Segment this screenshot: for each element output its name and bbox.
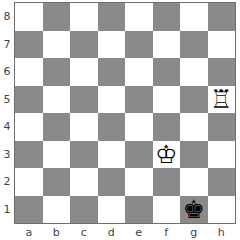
square-a8[interactable] bbox=[15, 3, 43, 31]
square-b3[interactable] bbox=[43, 141, 71, 169]
square-e3[interactable] bbox=[125, 141, 153, 169]
square-h6[interactable] bbox=[208, 58, 236, 86]
square-h7[interactable] bbox=[208, 31, 236, 59]
square-f1[interactable] bbox=[153, 196, 181, 224]
square-d3[interactable] bbox=[98, 141, 126, 169]
square-b7[interactable] bbox=[43, 31, 71, 59]
white-king-f3[interactable]: ♔ bbox=[155, 142, 177, 167]
square-h2[interactable] bbox=[208, 168, 236, 196]
square-h4[interactable] bbox=[208, 113, 236, 141]
rank-labels: 87654321 bbox=[0, 3, 14, 223]
rank-label-4: 4 bbox=[0, 113, 14, 141]
square-c6[interactable] bbox=[70, 58, 98, 86]
square-c7[interactable] bbox=[70, 31, 98, 59]
file-label-e: e bbox=[125, 226, 153, 239]
square-c1[interactable] bbox=[70, 196, 98, 224]
square-e2[interactable] bbox=[125, 168, 153, 196]
square-g7[interactable] bbox=[180, 31, 208, 59]
square-f6[interactable] bbox=[153, 58, 181, 86]
square-a2[interactable] bbox=[15, 168, 43, 196]
file-label-h: h bbox=[208, 226, 236, 239]
rank-label-5: 5 bbox=[0, 86, 14, 114]
square-h3[interactable] bbox=[208, 141, 236, 169]
square-h8[interactable] bbox=[208, 3, 236, 31]
file-label-f: f bbox=[153, 226, 181, 239]
file-label-a: a bbox=[15, 226, 43, 239]
square-f2[interactable] bbox=[153, 168, 181, 196]
file-label-d: d bbox=[98, 226, 126, 239]
square-d7[interactable] bbox=[98, 31, 126, 59]
square-c3[interactable] bbox=[70, 141, 98, 169]
square-d6[interactable] bbox=[98, 58, 126, 86]
square-h1[interactable] bbox=[208, 196, 236, 224]
file-labels: abcdefgh bbox=[15, 226, 235, 239]
square-g8[interactable] bbox=[180, 3, 208, 31]
square-c5[interactable] bbox=[70, 86, 98, 114]
black-king-g1[interactable]: ♚ bbox=[183, 197, 205, 222]
square-b1[interactable] bbox=[43, 196, 71, 224]
square-a6[interactable] bbox=[15, 58, 43, 86]
rank-label-3: 3 bbox=[0, 141, 14, 169]
square-g3[interactable] bbox=[180, 141, 208, 169]
square-h5[interactable]: ♖ bbox=[208, 86, 236, 114]
square-e1[interactable] bbox=[125, 196, 153, 224]
square-b8[interactable] bbox=[43, 3, 71, 31]
file-label-b: b bbox=[43, 226, 71, 239]
square-f8[interactable] bbox=[153, 3, 181, 31]
square-d1[interactable] bbox=[98, 196, 126, 224]
square-g2[interactable] bbox=[180, 168, 208, 196]
square-e6[interactable] bbox=[125, 58, 153, 86]
white-rook-h5[interactable]: ♖ bbox=[210, 87, 232, 112]
square-f7[interactable] bbox=[153, 31, 181, 59]
square-c4[interactable] bbox=[70, 113, 98, 141]
square-b4[interactable] bbox=[43, 113, 71, 141]
square-g4[interactable] bbox=[180, 113, 208, 141]
square-a5[interactable] bbox=[15, 86, 43, 114]
square-b6[interactable] bbox=[43, 58, 71, 86]
square-c8[interactable] bbox=[70, 3, 98, 31]
square-a7[interactable] bbox=[15, 31, 43, 59]
square-g6[interactable] bbox=[180, 58, 208, 86]
square-b5[interactable] bbox=[43, 86, 71, 114]
file-label-g: g bbox=[180, 226, 208, 239]
square-d8[interactable] bbox=[98, 3, 126, 31]
chess-diagram: 87654321 ♖♔♚ abcdefgh bbox=[0, 0, 240, 240]
square-f5[interactable] bbox=[153, 86, 181, 114]
square-d5[interactable] bbox=[98, 86, 126, 114]
square-g1[interactable]: ♚ bbox=[180, 196, 208, 224]
square-a1[interactable] bbox=[15, 196, 43, 224]
square-e7[interactable] bbox=[125, 31, 153, 59]
square-e4[interactable] bbox=[125, 113, 153, 141]
chess-board: ♖♔♚ bbox=[14, 2, 236, 224]
rank-label-6: 6 bbox=[0, 58, 14, 86]
square-f3[interactable]: ♔ bbox=[153, 141, 181, 169]
rank-label-8: 8 bbox=[0, 3, 14, 31]
square-a4[interactable] bbox=[15, 113, 43, 141]
square-f4[interactable] bbox=[153, 113, 181, 141]
square-g5[interactable] bbox=[180, 86, 208, 114]
square-a3[interactable] bbox=[15, 141, 43, 169]
square-d2[interactable] bbox=[98, 168, 126, 196]
square-e5[interactable] bbox=[125, 86, 153, 114]
square-c2[interactable] bbox=[70, 168, 98, 196]
rank-label-1: 1 bbox=[0, 196, 14, 224]
square-b2[interactable] bbox=[43, 168, 71, 196]
file-label-c: c bbox=[70, 226, 98, 239]
square-e8[interactable] bbox=[125, 3, 153, 31]
rank-label-2: 2 bbox=[0, 168, 14, 196]
rank-label-7: 7 bbox=[0, 31, 14, 59]
square-d4[interactable] bbox=[98, 113, 126, 141]
